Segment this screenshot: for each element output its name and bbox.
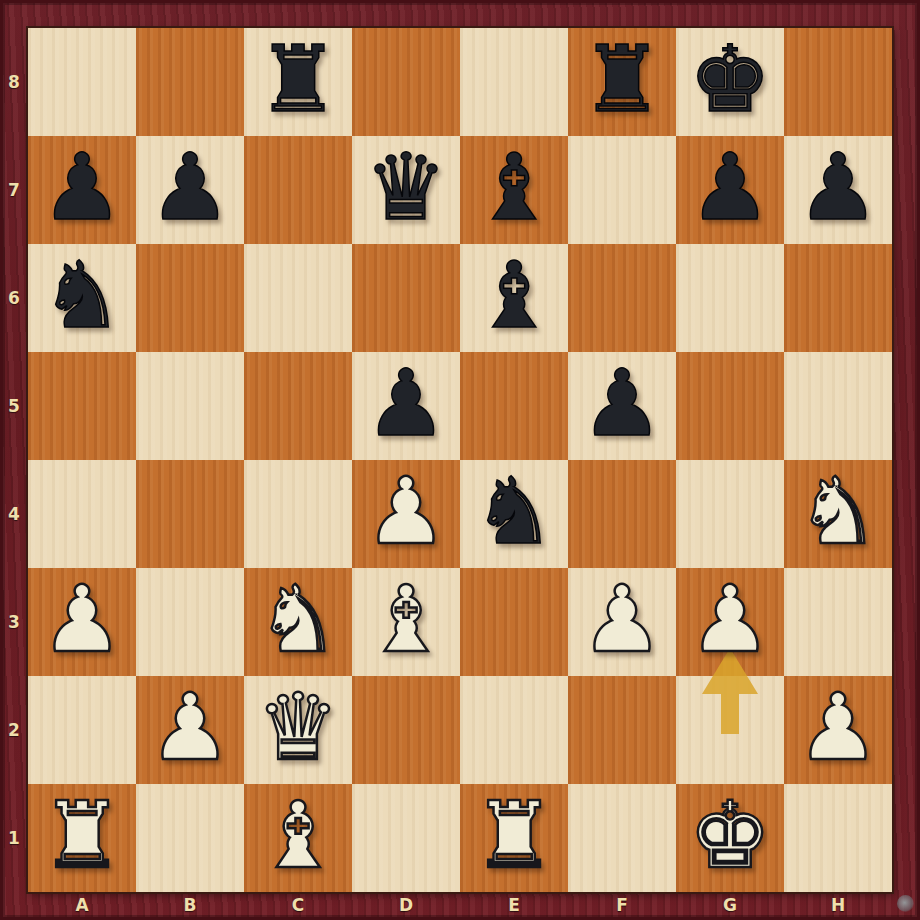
- square-f8[interactable]: ♜: [568, 28, 676, 136]
- rank-label-6: 6: [0, 244, 28, 352]
- square-f5[interactable]: ♟: [568, 352, 676, 460]
- square-c5[interactable]: [244, 352, 352, 460]
- piece-black-knight-icon[interactable]: ♞: [460, 460, 568, 568]
- square-b3[interactable]: [136, 568, 244, 676]
- piece-white-king-icon[interactable]: ♚: [676, 784, 784, 892]
- square-h4[interactable]: ♞: [784, 460, 892, 568]
- rank-label-8: 8: [0, 28, 28, 136]
- file-label-f: F: [568, 892, 676, 920]
- piece-black-bishop-icon[interactable]: ♝: [460, 136, 568, 244]
- square-b4[interactable]: [136, 460, 244, 568]
- square-b1[interactable]: [136, 784, 244, 892]
- square-g5[interactable]: [676, 352, 784, 460]
- square-f3[interactable]: ♟: [568, 568, 676, 676]
- piece-white-pawn-icon[interactable]: ♟: [352, 460, 460, 568]
- square-c1[interactable]: ♝: [244, 784, 352, 892]
- rank-label-1: 1: [0, 784, 28, 892]
- square-a2[interactable]: [28, 676, 136, 784]
- square-c8[interactable]: ♜: [244, 28, 352, 136]
- file-label-a: A: [28, 892, 136, 920]
- file-label-e: E: [460, 892, 568, 920]
- file-label-g: G: [676, 892, 784, 920]
- piece-white-knight-icon[interactable]: ♞: [244, 568, 352, 676]
- piece-black-rook-icon[interactable]: ♜: [244, 28, 352, 136]
- square-h2[interactable]: ♟: [784, 676, 892, 784]
- square-h7[interactable]: ♟: [784, 136, 892, 244]
- square-a3[interactable]: ♟: [28, 568, 136, 676]
- square-d3[interactable]: ♝: [352, 568, 460, 676]
- piece-white-bishop-icon[interactable]: ♝: [352, 568, 460, 676]
- rank-label-2: 2: [0, 676, 28, 784]
- piece-white-pawn-icon[interactable]: ♟: [568, 568, 676, 676]
- square-g1[interactable]: ♚: [676, 784, 784, 892]
- file-label-c: C: [244, 892, 352, 920]
- square-c4[interactable]: [244, 460, 352, 568]
- rank-label-5: 5: [0, 352, 28, 460]
- square-g6[interactable]: [676, 244, 784, 352]
- square-c3[interactable]: ♞: [244, 568, 352, 676]
- piece-white-rook-icon[interactable]: ♜: [460, 784, 568, 892]
- square-c7[interactable]: [244, 136, 352, 244]
- square-e7[interactable]: ♝: [460, 136, 568, 244]
- watermark-dot: [897, 895, 914, 912]
- square-e1[interactable]: ♜: [460, 784, 568, 892]
- square-e6[interactable]: ♝: [460, 244, 568, 352]
- square-a1[interactable]: ♜: [28, 784, 136, 892]
- square-f2[interactable]: [568, 676, 676, 784]
- file-label-h: H: [784, 892, 892, 920]
- square-d1[interactable]: [352, 784, 460, 892]
- piece-white-pawn-icon[interactable]: ♟: [676, 568, 784, 676]
- rank-label-4: 4: [0, 460, 28, 568]
- square-c6[interactable]: [244, 244, 352, 352]
- square-c2[interactable]: ♛: [244, 676, 352, 784]
- square-h1[interactable]: [784, 784, 892, 892]
- square-d7[interactable]: ♛: [352, 136, 460, 244]
- square-a6[interactable]: ♞: [28, 244, 136, 352]
- piece-white-pawn-icon[interactable]: ♟: [28, 568, 136, 676]
- chess-board: ♜♜♚♟♟♛♝♟♟♞♝♟♟♟♞♞♟♞♝♟♟♟♛♟♜♝♜♚: [28, 28, 892, 892]
- square-e4[interactable]: ♞: [460, 460, 568, 568]
- square-h5[interactable]: [784, 352, 892, 460]
- square-b5[interactable]: [136, 352, 244, 460]
- square-d5[interactable]: ♟: [352, 352, 460, 460]
- square-e3[interactable]: [460, 568, 568, 676]
- file-label-b: B: [136, 892, 244, 920]
- piece-black-rook-icon[interactable]: ♜: [568, 28, 676, 136]
- rank-label-3: 3: [0, 568, 28, 676]
- piece-white-bishop-icon[interactable]: ♝: [244, 784, 352, 892]
- square-f4[interactable]: [568, 460, 676, 568]
- piece-black-pawn-icon[interactable]: ♟: [784, 136, 892, 244]
- square-a4[interactable]: [28, 460, 136, 568]
- square-d6[interactable]: [352, 244, 460, 352]
- piece-black-pawn-icon[interactable]: ♟: [568, 352, 676, 460]
- piece-black-pawn-icon[interactable]: ♟: [352, 352, 460, 460]
- piece-white-rook-icon[interactable]: ♜: [28, 784, 136, 892]
- square-a5[interactable]: [28, 352, 136, 460]
- square-b7[interactable]: ♟: [136, 136, 244, 244]
- square-h6[interactable]: [784, 244, 892, 352]
- piece-black-bishop-icon[interactable]: ♝: [460, 244, 568, 352]
- square-b2[interactable]: ♟: [136, 676, 244, 784]
- square-e5[interactable]: [460, 352, 568, 460]
- piece-black-pawn-icon[interactable]: ♟: [676, 136, 784, 244]
- piece-black-queen-icon[interactable]: ♛: [352, 136, 460, 244]
- square-a7[interactable]: ♟: [28, 136, 136, 244]
- piece-white-pawn-icon[interactable]: ♟: [784, 676, 892, 784]
- square-b8[interactable]: [136, 28, 244, 136]
- square-d8[interactable]: [352, 28, 460, 136]
- square-d4[interactable]: ♟: [352, 460, 460, 568]
- piece-white-queen-icon[interactable]: ♛: [244, 676, 352, 784]
- square-d2[interactable]: [352, 676, 460, 784]
- square-f6[interactable]: [568, 244, 676, 352]
- square-a8[interactable]: [28, 28, 136, 136]
- square-f7[interactable]: [568, 136, 676, 244]
- file-label-d: D: [352, 892, 460, 920]
- piece-black-king-icon[interactable]: ♚: [676, 28, 784, 136]
- piece-white-pawn-icon[interactable]: ♟: [136, 676, 244, 784]
- piece-black-pawn-icon[interactable]: ♟: [28, 136, 136, 244]
- square-f1[interactable]: [568, 784, 676, 892]
- square-g4[interactable]: [676, 460, 784, 568]
- square-h8[interactable]: [784, 28, 892, 136]
- square-g8[interactable]: ♚: [676, 28, 784, 136]
- piece-black-pawn-icon[interactable]: ♟: [136, 136, 244, 244]
- square-e2[interactable]: [460, 676, 568, 784]
- square-e8[interactable]: [460, 28, 568, 136]
- square-b6[interactable]: [136, 244, 244, 352]
- square-h3[interactable]: [784, 568, 892, 676]
- square-g2[interactable]: [676, 676, 784, 784]
- piece-white-knight-icon[interactable]: ♞: [784, 460, 892, 568]
- square-g7[interactable]: ♟: [676, 136, 784, 244]
- rank-label-7: 7: [0, 136, 28, 244]
- piece-black-knight-icon[interactable]: ♞: [28, 244, 136, 352]
- square-g3[interactable]: ♟: [676, 568, 784, 676]
- chess-board-frame: ♜♜♚♟♟♛♝♟♟♞♝♟♟♟♞♞♟♞♝♟♟♟♛♟♜♝♜♚ 87654321ABC…: [0, 0, 920, 920]
